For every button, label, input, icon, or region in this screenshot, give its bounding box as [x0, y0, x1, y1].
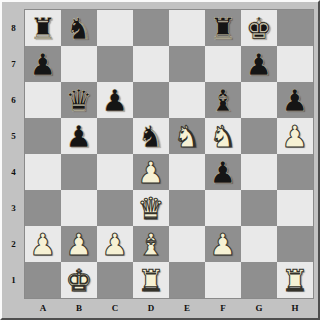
square-e7[interactable]: [169, 46, 205, 82]
square-f7[interactable]: [205, 46, 241, 82]
square-b2[interactable]: ♟: [61, 226, 97, 262]
square-b1[interactable]: ♚: [61, 262, 97, 298]
chess-board[interactable]: ♜♞♜♚♟♟♛♟♝♟♟♞♞♞♟♟♟♛♟♟♟♝♟♚♜♜: [25, 10, 313, 298]
square-a6[interactable]: [25, 82, 61, 118]
square-g6[interactable]: [241, 82, 277, 118]
white-pawn-b2[interactable]: ♟: [61, 226, 97, 262]
white-pawn-h5[interactable]: ♟: [277, 118, 313, 154]
square-d3[interactable]: ♛: [133, 190, 169, 226]
square-d6[interactable]: [133, 82, 169, 118]
white-bishop-d2[interactable]: ♝: [133, 226, 169, 262]
square-e6[interactable]: [169, 82, 205, 118]
square-b4[interactable]: [61, 154, 97, 190]
square-b3[interactable]: [61, 190, 97, 226]
file-label-g: G: [241, 300, 277, 318]
black-pawn-f4[interactable]: ♟: [205, 154, 241, 190]
square-g3[interactable]: [241, 190, 277, 226]
file-label-e: E: [169, 300, 205, 318]
file-label-c: C: [97, 300, 133, 318]
white-rook-h1[interactable]: ♜: [277, 262, 313, 298]
square-f4[interactable]: ♟: [205, 154, 241, 190]
rank-label-1: 1: [2, 262, 25, 298]
black-pawn-h6[interactable]: ♟: [277, 82, 313, 118]
file-label-b: B: [61, 300, 97, 318]
black-pawn-b5[interactable]: ♟: [61, 118, 97, 154]
white-pawn-d4[interactable]: ♟: [133, 154, 169, 190]
black-bishop-f6[interactable]: ♝: [205, 82, 241, 118]
white-king-b1[interactable]: ♚: [61, 262, 97, 298]
white-knight-e5[interactable]: ♞: [169, 118, 205, 154]
square-d1[interactable]: ♜: [133, 262, 169, 298]
square-g1[interactable]: [241, 262, 277, 298]
rank-label-2: 2: [2, 226, 25, 262]
square-e4[interactable]: [169, 154, 205, 190]
rank-label-8: 8: [2, 10, 25, 46]
square-g5[interactable]: [241, 118, 277, 154]
black-pawn-c6[interactable]: ♟: [97, 82, 133, 118]
square-h7[interactable]: [277, 46, 313, 82]
square-c2[interactable]: ♟: [97, 226, 133, 262]
board-frame: 87654321 ♜♞♜♚♟♟♛♟♝♟♟♞♞♞♟♟♟♛♟♟♟♝♟♚♜♜ ABCD…: [0, 0, 320, 320]
black-knight-d5[interactable]: ♞: [133, 118, 169, 154]
square-g4[interactable]: [241, 154, 277, 190]
square-a3[interactable]: [25, 190, 61, 226]
white-pawn-a2[interactable]: ♟: [25, 226, 61, 262]
square-h4[interactable]: [277, 154, 313, 190]
square-f1[interactable]: [205, 262, 241, 298]
square-c5[interactable]: [97, 118, 133, 154]
black-pawn-a7[interactable]: ♟: [25, 46, 61, 82]
black-rook-f8[interactable]: ♜: [205, 10, 241, 46]
rank-label-5: 5: [2, 118, 25, 154]
black-queen-b6[interactable]: ♛: [61, 82, 97, 118]
black-rook-a8[interactable]: ♜: [25, 10, 61, 46]
white-pawn-c2[interactable]: ♟: [97, 226, 133, 262]
square-d5[interactable]: ♞: [133, 118, 169, 154]
square-e2[interactable]: [169, 226, 205, 262]
square-b7[interactable]: [61, 46, 97, 82]
square-e3[interactable]: [169, 190, 205, 226]
square-c4[interactable]: [97, 154, 133, 190]
black-knight-b8[interactable]: ♞: [61, 10, 97, 46]
square-d7[interactable]: [133, 46, 169, 82]
square-d2[interactable]: ♝: [133, 226, 169, 262]
square-e8[interactable]: [169, 10, 205, 46]
rank-label-7: 7: [2, 46, 25, 82]
file-label-d: D: [133, 300, 169, 318]
square-f6[interactable]: ♝: [205, 82, 241, 118]
file-label-a: A: [25, 300, 61, 318]
rank-labels: 87654321: [2, 10, 25, 298]
square-d4[interactable]: ♟: [133, 154, 169, 190]
file-label-h: H: [277, 300, 313, 318]
square-c6[interactable]: ♟: [97, 82, 133, 118]
square-g8[interactable]: ♚: [241, 10, 277, 46]
square-h8[interactable]: [277, 10, 313, 46]
square-d8[interactable]: [133, 10, 169, 46]
square-f3[interactable]: [205, 190, 241, 226]
file-label-f: F: [205, 300, 241, 318]
square-a5[interactable]: [25, 118, 61, 154]
square-e1[interactable]: [169, 262, 205, 298]
rank-label-6: 6: [2, 82, 25, 118]
square-f2[interactable]: ♟: [205, 226, 241, 262]
square-b8[interactable]: ♞: [61, 10, 97, 46]
rank-label-3: 3: [2, 190, 25, 226]
square-c1[interactable]: [97, 262, 133, 298]
square-g2[interactable]: [241, 226, 277, 262]
square-a2[interactable]: ♟: [25, 226, 61, 262]
black-pawn-g7[interactable]: ♟: [241, 46, 277, 82]
square-a8[interactable]: ♜: [25, 10, 61, 46]
square-b5[interactable]: ♟: [61, 118, 97, 154]
square-e5[interactable]: ♞: [169, 118, 205, 154]
file-labels: ABCDEFGH: [25, 300, 313, 318]
square-c3[interactable]: [97, 190, 133, 226]
square-a4[interactable]: [25, 154, 61, 190]
square-c7[interactable]: [97, 46, 133, 82]
square-f5[interactable]: ♞: [205, 118, 241, 154]
white-pawn-f2[interactable]: ♟: [205, 226, 241, 262]
square-h3[interactable]: [277, 190, 313, 226]
square-g7[interactable]: ♟: [241, 46, 277, 82]
square-h6[interactable]: ♟: [277, 82, 313, 118]
white-knight-f5[interactable]: ♞: [205, 118, 241, 154]
white-queen-d3[interactable]: ♛: [133, 190, 169, 226]
black-king-g8[interactable]: ♚: [241, 10, 277, 46]
square-h1[interactable]: ♜: [277, 262, 313, 298]
square-h2[interactable]: [277, 226, 313, 262]
square-f8[interactable]: ♜: [205, 10, 241, 46]
square-a7[interactable]: ♟: [25, 46, 61, 82]
white-rook-d1[interactable]: ♜: [133, 262, 169, 298]
rank-label-4: 4: [2, 154, 25, 190]
square-a1[interactable]: [25, 262, 61, 298]
square-b6[interactable]: ♛: [61, 82, 97, 118]
square-h5[interactable]: ♟: [277, 118, 313, 154]
square-c8[interactable]: [97, 10, 133, 46]
